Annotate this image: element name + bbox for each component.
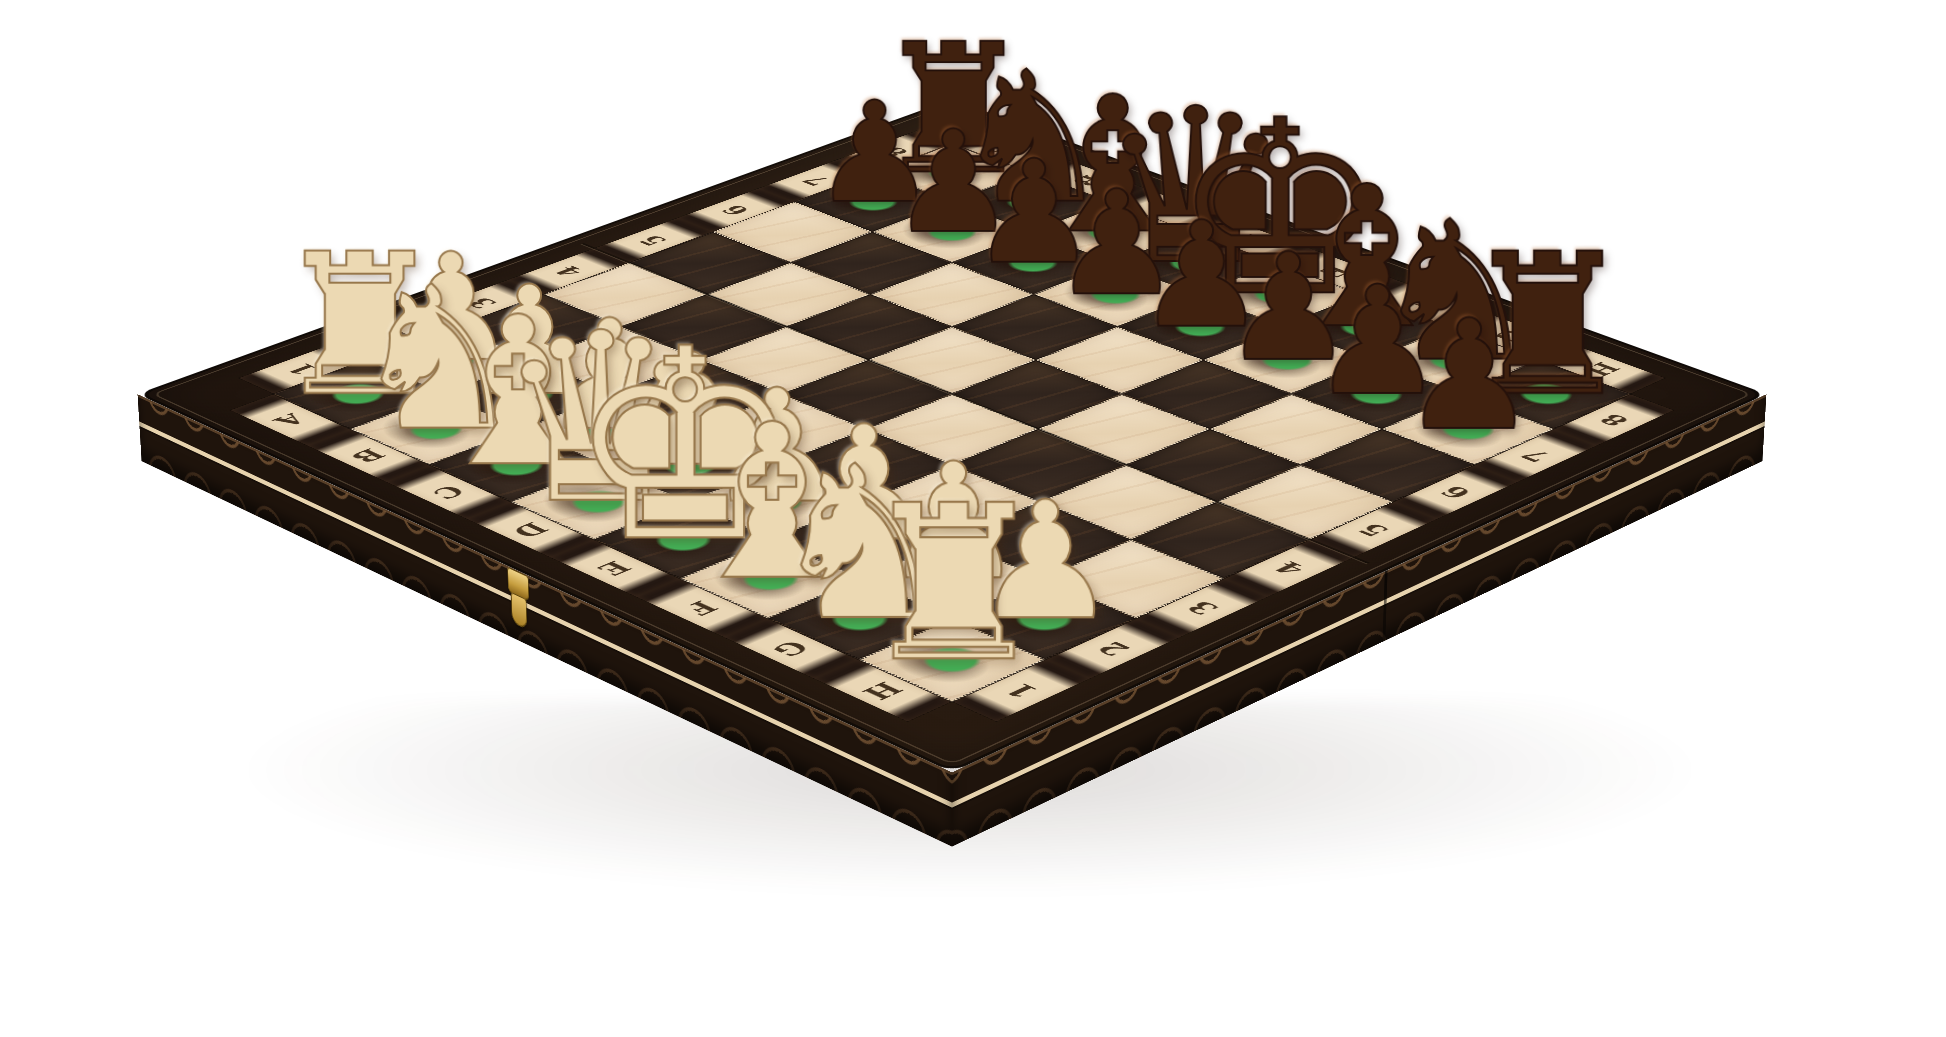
photo-scene: ABCDEFGH ABCDEFGH 87654321 87654321 ♜♞♝♛…: [0, 0, 1946, 1037]
chess-board-3d: ABCDEFGH ABCDEFGH 87654321 87654321 ♜♞♝♛…: [137, 99, 1766, 772]
file-label-far-d-text: D: [1228, 231, 1273, 248]
file-label-far-c-text: C: [1147, 202, 1190, 218]
hinge-seam: [1383, 570, 1388, 642]
rank-label-2-text: 2: [1090, 638, 1138, 659]
rank-label-far-7-text: 7: [796, 173, 837, 188]
file-label-far-h-text: H: [1577, 359, 1627, 379]
rank-label-far-5-text: 5: [632, 232, 674, 248]
file-label-far-b-text: B: [1066, 172, 1110, 188]
brass-clasp: [506, 566, 532, 637]
rank-label-far-8-text: 8: [875, 144, 915, 159]
file-label-far-e-text: E: [1313, 263, 1357, 280]
rank-label-far-6-text: 6: [715, 202, 756, 217]
white-rook[interactable]: ♜: [857, 477, 1049, 691]
rank-label-far-1-text: 1: [280, 360, 325, 377]
file-label-far-a-text: A: [988, 144, 1030, 159]
